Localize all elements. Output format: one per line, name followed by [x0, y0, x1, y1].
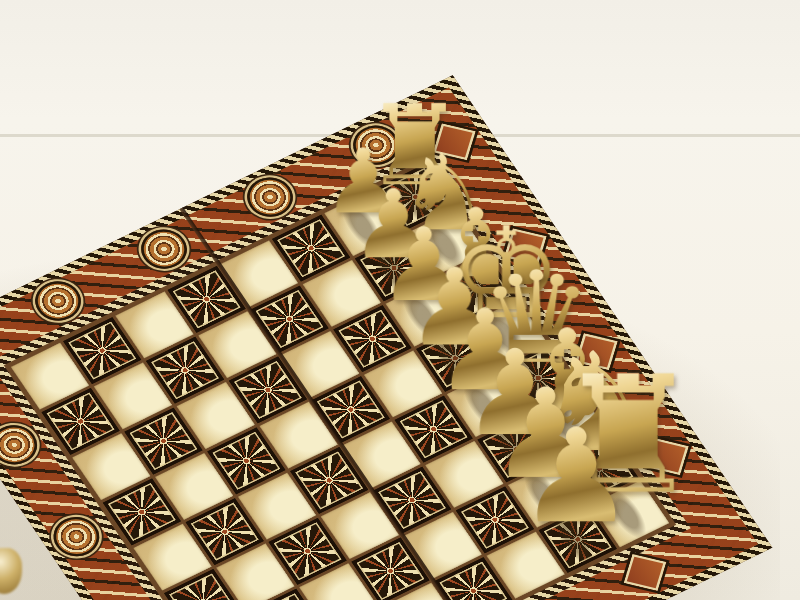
chess-board: ♜♞♝♛♚♝♞♜♟♟♟♟♟♟♟♟ [0, 75, 772, 600]
piece-glyph: ♟ [518, 415, 635, 539]
photo-frame: ♜♞♝♛♚♝♞♜♟♟♟♟♟♟♟♟ [0, 0, 800, 600]
